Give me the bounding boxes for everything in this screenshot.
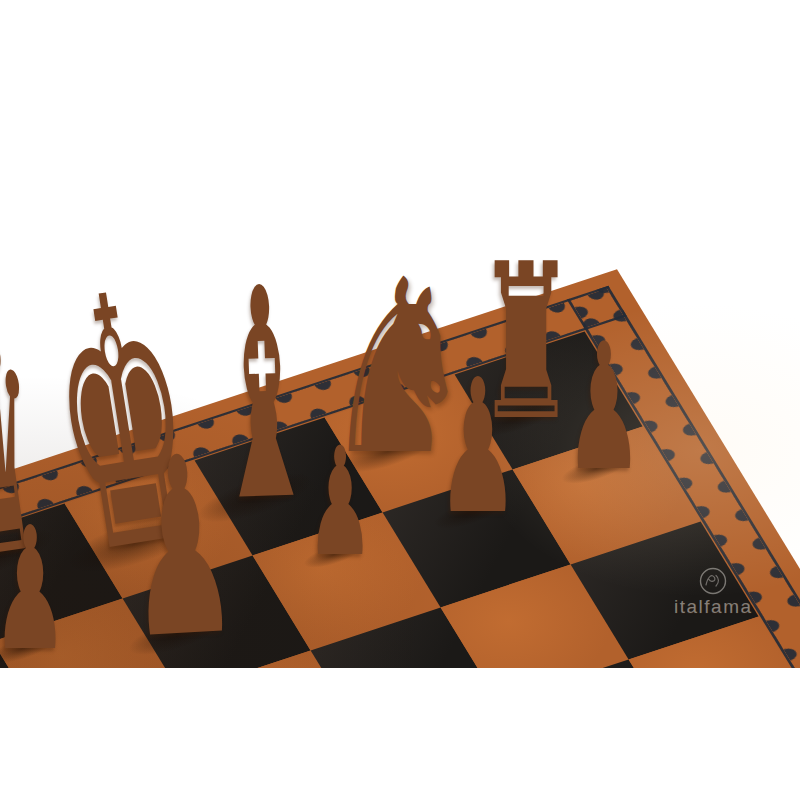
product-photo-area: italfama ♛♚♝♞♜♟♟♟♟♟ xyxy=(0,0,800,668)
piece-pawn-g7: ♟ xyxy=(395,355,561,540)
pawn-glyph: ♟ xyxy=(306,427,373,577)
pawn-glyph: ♟ xyxy=(0,504,68,668)
piece-pawn-f7: ♟ xyxy=(273,427,407,577)
pawn-glyph: ♟ xyxy=(437,355,520,540)
pawn-glyph: ♟ xyxy=(565,320,643,495)
pawn-glyph: ♟ xyxy=(120,423,242,668)
pieces-layer: ♛♚♝♞♜♟♟♟♟♟ xyxy=(0,0,800,668)
piece-pawn-d7: ♟ xyxy=(0,504,106,668)
